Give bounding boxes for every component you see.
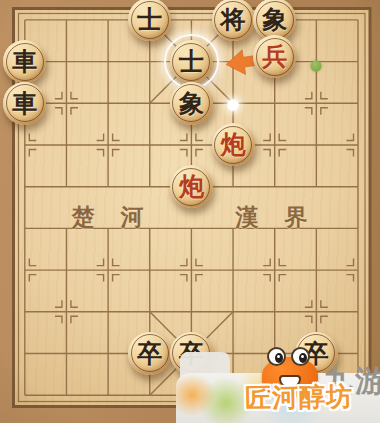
- piece-black-advisor[interactable]: 士: [170, 40, 213, 83]
- piece-glyph: 将: [221, 7, 246, 32]
- piece-glyph: 士: [179, 49, 204, 74]
- piece-black-elephant[interactable]: 象: [170, 82, 213, 125]
- xiangqi-game-screen: 楚 河 漢 界 士将象車士兵車象炮炮卒卒卒 九游 匠河醇坊: [0, 0, 380, 423]
- piece-black-chariot[interactable]: 車: [3, 40, 46, 83]
- piece-glyph: 車: [12, 91, 37, 116]
- piece-glyph: 炮: [179, 174, 204, 199]
- piece-glyph: 兵: [262, 44, 287, 69]
- piece-glyph: 卒: [137, 341, 162, 366]
- mascot-eye-left: [267, 347, 286, 366]
- piece-red-cannon[interactable]: 炮: [212, 123, 255, 166]
- piece-glyph: 士: [137, 7, 162, 32]
- piece-black-general[interactable]: 将: [212, 0, 255, 41]
- mascot-eye-right: [291, 347, 310, 366]
- piece-black-chariot[interactable]: 車: [3, 82, 46, 125]
- piece-glyph: 象: [179, 91, 204, 116]
- piece-red-soldier[interactable]: 兵: [253, 35, 296, 78]
- watermark-brand-label: 匠河醇坊: [245, 379, 354, 416]
- piece-glyph: 象: [262, 7, 287, 32]
- piece-black-soldier[interactable]: 卒: [128, 332, 171, 375]
- move-origin-dot: [228, 100, 239, 111]
- green-marker-dot: [311, 60, 322, 71]
- piece-red-cannon[interactable]: 炮: [170, 165, 213, 208]
- piece-glyph: 車: [12, 49, 37, 74]
- piece-black-advisor[interactable]: 士: [128, 0, 171, 41]
- piece-glyph: 炮: [221, 132, 246, 157]
